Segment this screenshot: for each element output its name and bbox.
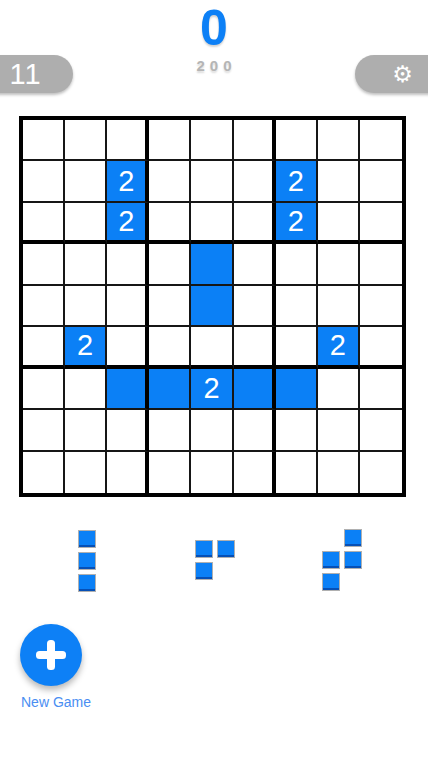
board-cell-r4c5[interactable] [191, 244, 233, 285]
board-cell-r8c8[interactable] [318, 410, 360, 451]
board-cell-r4c2[interactable] [65, 244, 107, 285]
board-cell-r6c5[interactable] [191, 327, 233, 368]
board-cell-r2c2[interactable] [65, 161, 107, 202]
board-cell-r1c3[interactable] [107, 120, 149, 161]
board-grid[interactable]: 2222222 [19, 116, 406, 497]
board-cell-r8c5[interactable] [191, 410, 233, 451]
board-cell-r2c8[interactable] [318, 161, 360, 202]
board-cell-r7c2[interactable] [65, 369, 107, 410]
board-cell-r3c7[interactable]: 2 [276, 203, 318, 244]
piece-block[interactable] [78, 530, 96, 548]
board-cell-r5c8[interactable] [318, 286, 360, 327]
board-cell-r5c7[interactable] [276, 286, 318, 327]
board-cell-r4c4[interactable] [149, 244, 191, 285]
board-cell-r7c1[interactable] [23, 369, 65, 410]
app-root: 0 200 11 ⚙ 2222222 New Game [0, 0, 428, 761]
board-cell-r4c6[interactable] [234, 244, 276, 285]
board-cell-r2c6[interactable] [234, 161, 276, 202]
board-cell-r4c1[interactable] [23, 244, 65, 285]
board-cell-r8c3[interactable] [107, 410, 149, 451]
board-cell-r3c9[interactable] [360, 203, 402, 244]
board-cell-r7c8[interactable] [318, 369, 360, 410]
board-cell-r2c1[interactable] [23, 161, 65, 202]
board-cell-r5c1[interactable] [23, 286, 65, 327]
new-game-button[interactable] [20, 624, 82, 686]
board-cell-r2c4[interactable] [149, 161, 191, 202]
board-cell-r1c7[interactable] [276, 120, 318, 161]
piece-s4-vertical[interactable] [322, 529, 362, 591]
board-cell-r1c4[interactable] [149, 120, 191, 161]
board-cell-r4c3[interactable] [107, 244, 149, 285]
board-cell-r5c9[interactable] [360, 286, 402, 327]
board-cell-r5c6[interactable] [234, 286, 276, 327]
board-cell-r8c2[interactable] [65, 410, 107, 451]
board-cell-r2c5[interactable] [191, 161, 233, 202]
board-cell-r6c4[interactable] [149, 327, 191, 368]
piece-block[interactable] [195, 562, 213, 580]
board-cell-r7c5[interactable]: 2 [191, 369, 233, 410]
board-cell-r8c1[interactable] [23, 410, 65, 451]
board-cell-r9c6[interactable] [234, 452, 276, 493]
board-cell-r1c6[interactable] [234, 120, 276, 161]
board-cell-r9c4[interactable] [149, 452, 191, 493]
board-cell-r8c4[interactable] [149, 410, 191, 451]
board-cell-r5c4[interactable] [149, 286, 191, 327]
score-value: 0 [0, 3, 428, 53]
board-cell-r3c5[interactable] [191, 203, 233, 244]
piece-block[interactable] [322, 573, 340, 591]
board-cell-r7c4[interactable] [149, 369, 191, 410]
board-cell-r9c3[interactable] [107, 452, 149, 493]
board-cell-r5c5[interactable] [191, 286, 233, 327]
piece-corner-3[interactable] [195, 540, 235, 580]
board-cell-r6c1[interactable] [23, 327, 65, 368]
board-cell-r4c8[interactable] [318, 244, 360, 285]
board-cell-r6c2[interactable]: 2 [65, 327, 107, 368]
piece-block[interactable] [195, 540, 213, 558]
piece-empty-cell [322, 529, 340, 547]
board-cell-r8c7[interactable] [276, 410, 318, 451]
board-cell-r9c2[interactable] [65, 452, 107, 493]
gear-icon: ⚙ [392, 63, 413, 86]
board-cell-r9c9[interactable] [360, 452, 402, 493]
board-cell-r3c2[interactable] [65, 203, 107, 244]
moves-badge-text: 11 [9, 58, 41, 91]
board-cell-r6c9[interactable] [360, 327, 402, 368]
board-cell-r3c8[interactable] [318, 203, 360, 244]
board-cell-r6c8[interactable]: 2 [318, 327, 360, 368]
board-cell-r1c1[interactable] [23, 120, 65, 161]
piece-block[interactable] [344, 551, 362, 569]
board-cell-r5c2[interactable] [65, 286, 107, 327]
moves-badge: 11 [0, 55, 73, 93]
board-cell-r6c6[interactable] [234, 327, 276, 368]
piece-block[interactable] [78, 552, 96, 570]
piece-empty-cell [217, 562, 235, 580]
board-cell-r9c1[interactable] [23, 452, 65, 493]
board-cell-r1c5[interactable] [191, 120, 233, 161]
board-cell-r3c4[interactable] [149, 203, 191, 244]
board-cell-r1c9[interactable] [360, 120, 402, 161]
piece-i3-vertical[interactable] [78, 530, 96, 592]
board-cell-r4c7[interactable] [276, 244, 318, 285]
board-cell-r4c9[interactable] [360, 244, 402, 285]
plus-icon [33, 637, 69, 673]
piece-block[interactable] [217, 540, 235, 558]
board-cell-r7c9[interactable] [360, 369, 402, 410]
board-cell-r9c7[interactable] [276, 452, 318, 493]
board-cell-r3c3[interactable]: 2 [107, 203, 149, 244]
board-cell-r1c8[interactable] [318, 120, 360, 161]
board-cell-r7c6[interactable] [234, 369, 276, 410]
piece-block[interactable] [322, 551, 340, 569]
board-cell-r9c8[interactable] [318, 452, 360, 493]
board-cell-r6c7[interactable] [276, 327, 318, 368]
board-cell-r2c7[interactable]: 2 [276, 161, 318, 202]
piece-block[interactable] [344, 529, 362, 547]
board-cell-r5c3[interactable] [107, 286, 149, 327]
board-cell-r7c3[interactable] [107, 369, 149, 410]
board-cell-r6c3[interactable] [107, 327, 149, 368]
board-cell-r2c9[interactable] [360, 161, 402, 202]
board-cell-r9c5[interactable] [191, 452, 233, 493]
settings-button[interactable]: ⚙ [355, 55, 428, 93]
board-cell-r2c3[interactable]: 2 [107, 161, 149, 202]
board-cell-r3c6[interactable] [234, 203, 276, 244]
new-game-label: New Game [21, 694, 91, 710]
piece-block[interactable] [78, 574, 96, 592]
piece-empty-cell [344, 573, 362, 591]
board-cell-r1c2[interactable] [65, 120, 107, 161]
board-cell-r8c6[interactable] [234, 410, 276, 451]
board-cell-r8c9[interactable] [360, 410, 402, 451]
board-cell-r7c7[interactable] [276, 369, 318, 410]
board-cell-r3c1[interactable] [23, 203, 65, 244]
